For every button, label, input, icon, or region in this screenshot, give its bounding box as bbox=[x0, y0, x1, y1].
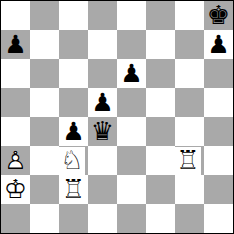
black-pawn-icon: ♟ bbox=[117, 59, 146, 88]
black-king-icon: ♚ bbox=[204, 1, 233, 30]
square-g5[interactable] bbox=[175, 88, 204, 117]
black-pawn-icon: ♟ bbox=[1, 30, 30, 59]
piece-white-knight: ♞♘ bbox=[59, 147, 85, 175]
piece-white-rook: ♜♖ bbox=[59, 175, 88, 204]
piece-black-king: ♚ bbox=[204, 1, 233, 30]
square-e5[interactable] bbox=[117, 88, 146, 117]
white-pawn-icon: ♙ bbox=[1, 146, 30, 175]
square-f8[interactable] bbox=[146, 1, 175, 30]
square-h8[interactable]: ♚ bbox=[204, 1, 233, 30]
square-b8[interactable] bbox=[30, 1, 59, 30]
piece-white-rook: ♜♖ bbox=[175, 147, 201, 175]
square-d4[interactable]: ♛ bbox=[88, 117, 117, 146]
square-h6[interactable] bbox=[204, 59, 233, 88]
square-h2[interactable] bbox=[204, 175, 233, 204]
black-pawn-icon: ♟ bbox=[204, 30, 233, 59]
piece-black-pawn: ♟ bbox=[204, 30, 233, 59]
square-e1[interactable] bbox=[117, 204, 146, 233]
chess-board: ♚♟♟♟♟♟♛♟♙♞♘♜♖♚♔♜♖ bbox=[1, 1, 233, 233]
square-f6[interactable] bbox=[146, 59, 175, 88]
square-e4[interactable] bbox=[117, 117, 146, 146]
square-e8[interactable] bbox=[117, 1, 146, 30]
square-c6[interactable] bbox=[59, 59, 88, 88]
square-a6[interactable] bbox=[1, 59, 30, 88]
chess-board-frame: ♚♟♟♟♟♟♛♟♙♞♘♜♖♚♔♜♖ bbox=[0, 0, 234, 234]
square-g4[interactable] bbox=[175, 117, 204, 146]
square-g3[interactable]: ♜♖ bbox=[175, 146, 204, 175]
square-f7[interactable] bbox=[146, 30, 175, 59]
square-a2[interactable]: ♚♔ bbox=[1, 175, 30, 204]
square-d8[interactable] bbox=[88, 1, 117, 30]
square-d7[interactable] bbox=[88, 30, 117, 59]
square-e6[interactable]: ♟ bbox=[117, 59, 146, 88]
square-d6[interactable] bbox=[88, 59, 117, 88]
square-c8[interactable] bbox=[59, 1, 88, 30]
square-c1[interactable] bbox=[59, 204, 88, 233]
square-e7[interactable] bbox=[117, 30, 146, 59]
square-f2[interactable] bbox=[146, 175, 175, 204]
white-rook-icon: ♖ bbox=[175, 147, 201, 175]
square-b6[interactable] bbox=[30, 59, 59, 88]
square-h1[interactable] bbox=[204, 204, 233, 233]
piece-black-queen: ♛ bbox=[88, 117, 117, 146]
square-a8[interactable] bbox=[1, 1, 30, 30]
black-pawn-icon: ♟ bbox=[59, 117, 88, 146]
square-a1[interactable] bbox=[1, 204, 30, 233]
square-a4[interactable] bbox=[1, 117, 30, 146]
square-d1[interactable] bbox=[88, 204, 117, 233]
square-d3[interactable] bbox=[88, 146, 117, 175]
square-a5[interactable] bbox=[1, 88, 30, 117]
square-e3[interactable] bbox=[117, 146, 146, 175]
square-f3[interactable] bbox=[146, 146, 175, 175]
square-d2[interactable] bbox=[88, 175, 117, 204]
square-h5[interactable] bbox=[204, 88, 233, 117]
piece-black-pawn: ♟ bbox=[59, 117, 88, 146]
square-e2[interactable] bbox=[117, 175, 146, 204]
square-g8[interactable] bbox=[175, 1, 204, 30]
black-queen-icon: ♛ bbox=[88, 117, 117, 146]
square-g1[interactable] bbox=[175, 204, 204, 233]
square-f5[interactable] bbox=[146, 88, 175, 117]
square-b5[interactable] bbox=[30, 88, 59, 117]
square-b3[interactable] bbox=[30, 146, 59, 175]
piece-white-pawn: ♟♙ bbox=[1, 146, 30, 175]
square-g2[interactable] bbox=[175, 175, 204, 204]
square-b4[interactable] bbox=[30, 117, 59, 146]
square-c4[interactable]: ♟ bbox=[59, 117, 88, 146]
white-knight-icon: ♘ bbox=[59, 147, 85, 175]
square-h7[interactable]: ♟ bbox=[204, 30, 233, 59]
square-d5[interactable]: ♟ bbox=[88, 88, 117, 117]
square-b1[interactable] bbox=[30, 204, 59, 233]
square-c5[interactable] bbox=[59, 88, 88, 117]
square-a3[interactable]: ♟♙ bbox=[1, 146, 30, 175]
square-f4[interactable] bbox=[146, 117, 175, 146]
square-g7[interactable] bbox=[175, 30, 204, 59]
square-a7[interactable]: ♟ bbox=[1, 30, 30, 59]
piece-black-pawn: ♟ bbox=[88, 88, 117, 117]
square-b2[interactable] bbox=[30, 175, 59, 204]
square-g6[interactable] bbox=[175, 59, 204, 88]
square-c7[interactable] bbox=[59, 30, 88, 59]
square-h4[interactable] bbox=[204, 117, 233, 146]
square-h3[interactable] bbox=[204, 146, 233, 175]
piece-black-pawn: ♟ bbox=[1, 30, 30, 59]
square-c3[interactable]: ♞♘ bbox=[59, 146, 88, 175]
square-f1[interactable] bbox=[146, 204, 175, 233]
black-pawn-icon: ♟ bbox=[88, 88, 117, 117]
white-rook-icon: ♖ bbox=[59, 175, 88, 204]
piece-white-king: ♚♔ bbox=[1, 175, 30, 204]
piece-black-pawn: ♟ bbox=[117, 59, 146, 88]
square-b7[interactable] bbox=[30, 30, 59, 59]
square-c2[interactable]: ♜♖ bbox=[59, 175, 88, 204]
white-king-icon: ♔ bbox=[1, 175, 30, 204]
